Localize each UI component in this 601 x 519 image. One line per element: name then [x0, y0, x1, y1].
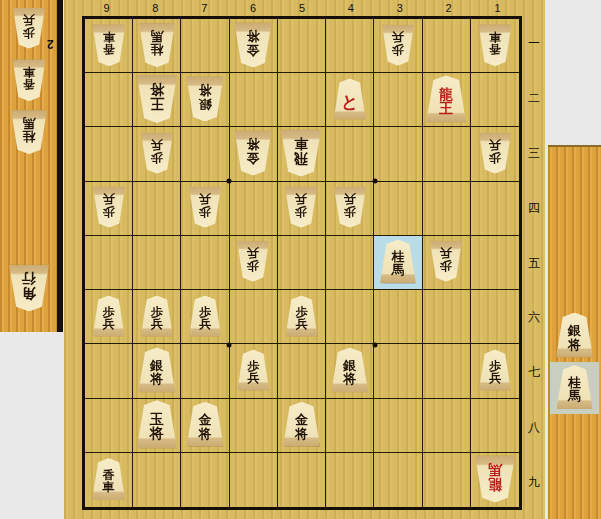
square-8-1[interactable]: 桂 馬 — [133, 19, 181, 73]
piece-kanji: 歩 兵 — [295, 193, 307, 217]
piece-kanji: 歩 兵 — [151, 139, 163, 163]
square-6-4[interactable] — [230, 182, 278, 236]
square-5-4[interactable]: 歩 兵 — [278, 182, 326, 236]
piece-kanji: 歩 兵 — [247, 360, 259, 384]
piece-gote-lance[interactable]: 香 車 — [12, 59, 45, 101]
piece-kanji: 歩 兵 — [295, 306, 307, 330]
piece-gote-knight[interactable]: 桂 馬 — [139, 23, 175, 67]
piece-kanji: 歩 兵 — [103, 193, 115, 217]
square-1-1[interactable]: 香 車 — [471, 19, 519, 73]
piece-kanji: 歩 兵 — [489, 360, 501, 384]
square-4-6[interactable] — [326, 290, 374, 344]
file-label: 2 — [424, 1, 473, 15]
piece-sente-knight[interactable]: 桂 馬 — [380, 240, 416, 284]
square-3-9[interactable] — [374, 453, 422, 507]
square-7-9[interactable] — [181, 453, 229, 507]
piece-kanji: 龍 王 — [439, 87, 453, 116]
square-2-9[interactable] — [423, 453, 471, 507]
square-6-6[interactable] — [230, 290, 278, 344]
square-5-2[interactable] — [278, 73, 326, 127]
piece-gote-bishop[interactable]: 角 行 — [9, 265, 49, 312]
piece-kanji: 金 将 — [199, 413, 212, 440]
piece-gote-promoted-bishop[interactable]: 龍 馬 — [475, 455, 515, 502]
piece-gote-knight[interactable]: 桂 馬 — [11, 110, 47, 154]
piece-kanji: 金 将 — [247, 29, 260, 55]
shogi-board-grid: 香 車桂 馬金 将歩 兵香 車王 将銀 将と龍 王歩 兵金 将飛 車歩 兵歩 兵… — [82, 16, 522, 510]
square-6-1[interactable]: 金 将 — [230, 19, 278, 73]
square-9-8[interactable] — [85, 399, 133, 453]
square-5-3[interactable]: 飛 車 — [278, 127, 326, 181]
square-3-5[interactable]: 桂 馬 — [374, 236, 422, 290]
square-2-6[interactable] — [423, 290, 471, 344]
piece-gote-pawn[interactable]: 歩 兵 — [334, 187, 366, 228]
piece-kanji: 歩 兵 — [103, 306, 115, 330]
square-6-3[interactable]: 金 将 — [230, 127, 278, 181]
square-1-7[interactable]: 歩 兵 — [471, 344, 519, 398]
piece-gote-gold[interactable]: 金 将 — [235, 131, 272, 176]
square-7-2[interactable]: 銀 将 — [181, 73, 229, 127]
piece-gote-king[interactable]: 王 将 — [137, 75, 177, 123]
piece-gote-pawn[interactable]: 歩 兵 — [189, 187, 221, 228]
sente-hand-knight[interactable]: 桂 馬 — [550, 362, 599, 414]
piece-sente-tokin[interactable]: と — [334, 79, 366, 120]
square-2-3[interactable] — [423, 127, 471, 181]
piece-sente-gold[interactable]: 金 将 — [187, 402, 224, 447]
piece-kanji: 龍 馬 — [488, 463, 502, 492]
square-1-4[interactable] — [471, 182, 519, 236]
square-1-9[interactable]: 龍 馬 — [471, 453, 519, 507]
piece-gote-pawn[interactable]: 歩 兵 — [382, 24, 414, 65]
piece-kanji: 香 車 — [489, 31, 501, 55]
file-label: 4 — [326, 1, 375, 15]
rank-label: 五 — [524, 236, 544, 291]
square-8-6[interactable]: 歩 兵 — [133, 290, 181, 344]
piece-kanji: 歩 兵 — [344, 193, 356, 217]
square-7-8[interactable]: 金 将 — [181, 399, 229, 453]
square-2-1[interactable] — [423, 19, 471, 73]
square-9-5[interactable] — [85, 236, 133, 290]
square-3-4[interactable] — [374, 182, 422, 236]
square-1-2[interactable] — [471, 73, 519, 127]
square-4-5[interactable] — [326, 236, 374, 290]
square-8-4[interactable] — [133, 182, 181, 236]
square-1-6[interactable] — [471, 290, 519, 344]
gote-hand-knight[interactable]: 桂 馬 — [0, 107, 57, 159]
file-label: 3 — [375, 1, 424, 15]
piece-sente-silver[interactable]: 銀 将 — [556, 313, 593, 358]
square-3-7[interactable] — [374, 344, 422, 398]
square-5-8[interactable]: 金 将 — [278, 399, 326, 453]
rank-coordinate-labels: 一二三四五六七八九 — [524, 16, 544, 510]
square-3-8[interactable] — [374, 399, 422, 453]
square-6-8[interactable] — [230, 399, 278, 453]
piece-kanji: 桂 馬 — [150, 29, 163, 56]
piece-kanji: と — [341, 93, 358, 110]
piece-kanji: 香 車 — [103, 31, 115, 55]
square-8-2[interactable]: 王 将 — [133, 73, 181, 127]
square-6-9[interactable] — [230, 453, 278, 507]
square-8-9[interactable] — [133, 453, 181, 507]
file-label: 6 — [229, 1, 278, 15]
piece-kanji: 銀 将 — [199, 84, 212, 111]
piece-gote-gold[interactable]: 金 将 — [235, 22, 272, 67]
square-4-1[interactable] — [326, 19, 374, 73]
square-7-3[interactable] — [181, 127, 229, 181]
piece-gote-pawn[interactable]: 歩 兵 — [237, 241, 269, 282]
piece-kanji: 歩 兵 — [392, 31, 404, 55]
piece-sente-pawn[interactable]: 歩 兵 — [93, 295, 125, 336]
piece-kanji: 玉 将 — [150, 412, 164, 441]
file-label: 9 — [82, 1, 131, 15]
square-8-5[interactable] — [133, 236, 181, 290]
square-1-3[interactable]: 歩 兵 — [471, 127, 519, 181]
square-3-3[interactable] — [374, 127, 422, 181]
rank-label: 八 — [524, 400, 544, 455]
piece-sente-king[interactable]: 玉 将 — [137, 400, 177, 448]
square-5-6[interactable]: 歩 兵 — [278, 290, 326, 344]
square-6-2[interactable] — [230, 73, 278, 127]
rank-label: 九 — [524, 455, 544, 510]
piece-sente-pawn[interactable]: 歩 兵 — [479, 350, 511, 391]
piece-sente-promoted-rook[interactable]: 龍 王 — [426, 75, 466, 122]
square-4-7[interactable]: 銀 将 — [326, 344, 374, 398]
piece-kanji: 銀 将 — [343, 359, 356, 386]
square-9-1[interactable]: 香 車 — [85, 19, 133, 73]
square-2-7[interactable] — [423, 344, 471, 398]
piece-sente-silver[interactable]: 銀 将 — [138, 348, 175, 393]
piece-kanji: 歩 兵 — [151, 306, 163, 330]
rank-label: 二 — [524, 71, 544, 126]
piece-sente-pawn[interactable]: 歩 兵 — [237, 350, 269, 391]
square-3-6[interactable] — [374, 290, 422, 344]
piece-kanji: 桂 馬 — [391, 250, 404, 277]
piece-sente-silver[interactable]: 銀 将 — [331, 348, 368, 393]
hoshi-dot — [373, 178, 378, 183]
piece-gote-silver[interactable]: 銀 将 — [187, 76, 224, 121]
square-7-5[interactable] — [181, 236, 229, 290]
rank-label: 六 — [524, 290, 544, 345]
square-1-5[interactable] — [471, 236, 519, 290]
square-7-1[interactable] — [181, 19, 229, 73]
square-4-8[interactable] — [326, 399, 374, 453]
piece-gote-pawn[interactable]: 歩 兵 — [141, 133, 173, 174]
piece-kanji: 歩 兵 — [199, 306, 211, 330]
piece-kanji: 金 将 — [247, 138, 260, 165]
square-7-7[interactable] — [181, 344, 229, 398]
square-4-3[interactable] — [326, 127, 374, 181]
piece-gote-rook[interactable]: 飛 車 — [281, 130, 321, 177]
piece-gote-pawn[interactable]: 歩 兵 — [285, 187, 317, 228]
square-3-1[interactable]: 歩 兵 — [374, 19, 422, 73]
square-9-3[interactable] — [85, 127, 133, 181]
square-7-6[interactable]: 歩 兵 — [181, 290, 229, 344]
piece-kanji: 角 行 — [22, 272, 36, 301]
piece-gote-pawn[interactable]: 歩 兵 — [13, 8, 45, 49]
square-5-5[interactable] — [278, 236, 326, 290]
piece-sente-pawn[interactable]: 歩 兵 — [189, 295, 221, 336]
square-9-7[interactable] — [85, 344, 133, 398]
sente-hand-tray: 銀 将桂 馬 — [548, 145, 601, 519]
piece-sente-pawn[interactable]: 歩 兵 — [141, 295, 173, 336]
square-4-9[interactable] — [326, 453, 374, 507]
square-9-6[interactable]: 歩 兵 — [85, 290, 133, 344]
hand-piece-count: 2 — [47, 37, 54, 51]
square-9-9[interactable]: 香 車 — [85, 453, 133, 507]
gote-hand-pawn[interactable]: 歩 兵2 — [0, 3, 57, 55]
piece-kanji: 香 車 — [23, 66, 35, 90]
gote-hand-lance[interactable]: 香 車 — [0, 55, 57, 107]
piece-sente-pawn[interactable]: 歩 兵 — [285, 295, 317, 336]
piece-kanji: 歩 兵 — [199, 193, 211, 217]
file-coordinate-labels: 987654321 — [82, 1, 522, 15]
rank-label: 四 — [524, 181, 544, 236]
piece-kanji: 歩 兵 — [23, 14, 35, 38]
piece-gote-pawn[interactable]: 歩 兵 — [479, 133, 511, 174]
square-2-2[interactable]: 龍 王 — [423, 73, 471, 127]
piece-gote-pawn[interactable]: 歩 兵 — [430, 241, 462, 282]
rank-label: 七 — [524, 345, 544, 400]
square-5-1[interactable] — [278, 19, 326, 73]
square-4-2[interactable]: と — [326, 73, 374, 127]
piece-gote-lance[interactable]: 香 車 — [478, 24, 511, 66]
square-5-7[interactable] — [278, 344, 326, 398]
square-5-9[interactable] — [278, 453, 326, 507]
square-2-8[interactable] — [423, 399, 471, 453]
piece-sente-lance[interactable]: 香 車 — [92, 458, 125, 500]
square-9-4[interactable]: 歩 兵 — [85, 182, 133, 236]
hoshi-dot — [226, 343, 231, 348]
piece-gote-pawn[interactable]: 歩 兵 — [93, 187, 125, 228]
sente-hand-silver[interactable]: 銀 将 — [548, 310, 601, 362]
piece-sente-knight[interactable]: 桂 馬 — [557, 365, 593, 409]
shogi-app: 歩 兵2香 車桂 馬角 行 987654321 一二三四五六七八九 香 車桂 馬… — [0, 0, 601, 519]
piece-kanji: 歩 兵 — [440, 247, 452, 271]
square-2-5[interactable]: 歩 兵 — [423, 236, 471, 290]
square-8-8[interactable]: 玉 将 — [133, 399, 181, 453]
piece-kanji: 桂 馬 — [568, 376, 581, 403]
hoshi-dot — [373, 343, 378, 348]
square-9-2[interactable] — [85, 73, 133, 127]
piece-kanji: 王 将 — [150, 83, 164, 112]
piece-kanji: 飛 車 — [294, 137, 308, 166]
piece-kanji: 金 将 — [295, 413, 308, 440]
gote-hand-bishop[interactable]: 角 行 — [0, 263, 57, 315]
file-label: 8 — [131, 1, 180, 15]
square-2-4[interactable] — [423, 182, 471, 236]
piece-kanji: 歩 兵 — [489, 139, 501, 163]
gote-hand-tray: 歩 兵2香 車桂 馬角 行 — [0, 0, 63, 332]
piece-kanji: 歩 兵 — [247, 247, 259, 271]
piece-kanji: 銀 将 — [568, 324, 581, 351]
piece-kanji: 香 車 — [103, 469, 115, 493]
rank-label: 一 — [524, 16, 544, 71]
square-1-8[interactable] — [471, 399, 519, 453]
file-label: 5 — [278, 1, 327, 15]
square-6-7[interactable]: 歩 兵 — [230, 344, 278, 398]
square-6-5[interactable]: 歩 兵 — [230, 236, 278, 290]
piece-kanji: 桂 馬 — [22, 117, 35, 143]
square-4-4[interactable]: 歩 兵 — [326, 182, 374, 236]
piece-gote-lance[interactable]: 香 車 — [92, 24, 125, 66]
file-label: 7 — [180, 1, 229, 15]
piece-sente-gold[interactable]: 金 将 — [283, 402, 320, 447]
square-3-2[interactable] — [374, 73, 422, 127]
square-7-4[interactable]: 歩 兵 — [181, 182, 229, 236]
piece-kanji: 銀 将 — [150, 359, 163, 386]
rank-label: 三 — [524, 126, 544, 181]
file-label: 1 — [473, 1, 522, 15]
square-8-3[interactable]: 歩 兵 — [133, 127, 181, 181]
square-8-7[interactable]: 銀 将 — [133, 344, 181, 398]
hoshi-dot — [226, 178, 231, 183]
